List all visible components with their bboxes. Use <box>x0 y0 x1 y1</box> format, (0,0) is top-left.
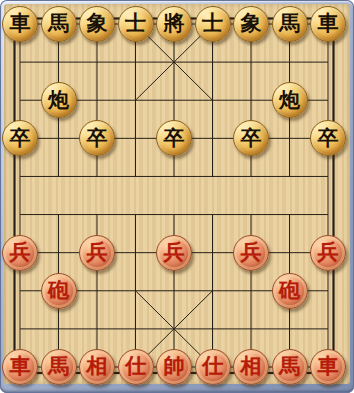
xiangqi-board: 車馬象士將士象馬車炮炮卒卒卒卒卒兵兵兵兵兵砲砲車馬相仕帥仕相馬車 <box>1 5 348 386</box>
black-chariot[interactable]: 車 <box>2 6 38 42</box>
board-point[interactable]: 卒 <box>155 119 194 157</box>
board-point <box>232 195 271 233</box>
board-point <box>309 81 348 119</box>
board-point <box>270 310 309 348</box>
black-elephant[interactable]: 象 <box>233 6 269 42</box>
red-horse[interactable]: 馬 <box>272 349 308 385</box>
board-point <box>155 310 194 348</box>
board-point <box>232 43 271 81</box>
board-point <box>193 272 232 310</box>
board-point <box>39 119 78 157</box>
board-point[interactable]: 馬 <box>270 348 309 386</box>
board-point <box>270 234 309 272</box>
black-horse[interactable]: 馬 <box>272 6 308 42</box>
board-point[interactable]: 象 <box>232 5 271 43</box>
board-point[interactable]: 車 <box>1 348 40 386</box>
board-point <box>193 157 232 195</box>
red-soldier[interactable]: 兵 <box>79 235 115 271</box>
board-point <box>39 195 78 233</box>
board-point <box>78 157 117 195</box>
board-point <box>39 310 78 348</box>
board-point <box>155 195 194 233</box>
board-point[interactable]: 兵 <box>155 234 194 272</box>
board-point <box>78 43 117 81</box>
black-soldier[interactable]: 卒 <box>310 120 346 156</box>
board-point[interactable]: 馬 <box>39 348 78 386</box>
board-point <box>270 43 309 81</box>
black-horse[interactable]: 馬 <box>41 6 77 42</box>
board-point <box>232 310 271 348</box>
board-point <box>116 195 155 233</box>
board-point[interactable]: 砲 <box>39 272 78 310</box>
board-point[interactable]: 象 <box>78 5 117 43</box>
board-point[interactable]: 兵 <box>232 234 271 272</box>
board-point <box>78 195 117 233</box>
red-horse[interactable]: 馬 <box>41 349 77 385</box>
board-point <box>270 195 309 233</box>
board-point <box>1 157 40 195</box>
red-chariot[interactable]: 車 <box>2 349 38 385</box>
black-general[interactable]: 將 <box>156 6 192 42</box>
black-chariot[interactable]: 車 <box>310 6 346 42</box>
board-point[interactable]: 車 <box>309 348 348 386</box>
red-chariot[interactable]: 車 <box>310 349 346 385</box>
board-point <box>116 43 155 81</box>
black-soldier[interactable]: 卒 <box>2 120 38 156</box>
board-point <box>39 234 78 272</box>
board-point <box>309 43 348 81</box>
board-point[interactable]: 帥 <box>155 348 194 386</box>
board-point <box>155 43 194 81</box>
board-point[interactable]: 卒 <box>232 119 271 157</box>
board-point <box>193 234 232 272</box>
board-point <box>116 119 155 157</box>
board-point[interactable]: 車 <box>1 5 40 43</box>
board-point[interactable]: 卒 <box>78 119 117 157</box>
board-point <box>232 81 271 119</box>
red-elephant[interactable]: 相 <box>79 349 115 385</box>
red-cannon[interactable]: 砲 <box>272 273 308 309</box>
board-point <box>309 272 348 310</box>
black-cannon[interactable]: 炮 <box>41 82 77 118</box>
board-point <box>155 81 194 119</box>
board-point <box>116 234 155 272</box>
board-point[interactable]: 仕 <box>116 348 155 386</box>
board-point[interactable]: 卒 <box>1 119 40 157</box>
red-cannon[interactable]: 砲 <box>41 273 77 309</box>
board-point <box>78 81 117 119</box>
board-point <box>78 310 117 348</box>
board-point <box>1 81 40 119</box>
board-point <box>39 43 78 81</box>
board-point <box>155 157 194 195</box>
black-soldier[interactable]: 卒 <box>79 120 115 156</box>
board-point <box>155 272 194 310</box>
board-point <box>1 43 40 81</box>
board-point[interactable]: 卒 <box>309 119 348 157</box>
red-advisor[interactable]: 仕 <box>118 349 154 385</box>
black-advisor[interactable]: 士 <box>195 6 231 42</box>
red-general[interactable]: 帥 <box>156 349 192 385</box>
board-point <box>193 81 232 119</box>
board-point[interactable]: 仕 <box>193 348 232 386</box>
red-soldier[interactable]: 兵 <box>2 235 38 271</box>
black-advisor[interactable]: 士 <box>118 6 154 42</box>
red-soldier[interactable]: 兵 <box>310 235 346 271</box>
board-point <box>39 157 78 195</box>
board-point <box>232 272 271 310</box>
board-point <box>116 157 155 195</box>
board-point <box>193 43 232 81</box>
board-point[interactable]: 將 <box>155 5 194 43</box>
board-point <box>193 119 232 157</box>
black-soldier[interactable]: 卒 <box>156 120 192 156</box>
board-point <box>193 195 232 233</box>
board-point[interactable]: 炮 <box>270 81 309 119</box>
board-point <box>78 272 117 310</box>
board-point[interactable]: 相 <box>78 348 117 386</box>
board-point <box>193 310 232 348</box>
board-point[interactable]: 炮 <box>39 81 78 119</box>
board-point[interactable]: 相 <box>232 348 271 386</box>
board-point[interactable]: 砲 <box>270 272 309 310</box>
board-point <box>270 119 309 157</box>
black-elephant[interactable]: 象 <box>79 6 115 42</box>
board-point <box>1 272 40 310</box>
board-point[interactable]: 士 <box>193 5 232 43</box>
board-point[interactable]: 兵 <box>309 234 348 272</box>
board-point <box>232 157 271 195</box>
board-point[interactable]: 兵 <box>1 234 40 272</box>
black-cannon[interactable]: 炮 <box>272 82 308 118</box>
board-point <box>1 195 40 233</box>
board-point[interactable]: 馬 <box>270 5 309 43</box>
board-point <box>309 195 348 233</box>
board-point <box>309 310 348 348</box>
red-advisor[interactable]: 仕 <box>195 349 231 385</box>
black-soldier[interactable]: 卒 <box>233 120 269 156</box>
board-point <box>116 81 155 119</box>
red-soldier[interactable]: 兵 <box>156 235 192 271</box>
xiangqi-app-window: 車馬象士將士象馬車炮炮卒卒卒卒卒兵兵兵兵兵砲砲車馬相仕帥仕相馬車 <box>0 0 354 393</box>
red-elephant[interactable]: 相 <box>233 349 269 385</box>
red-soldier[interactable]: 兵 <box>233 235 269 271</box>
board-point <box>1 310 40 348</box>
board-point[interactable]: 馬 <box>39 5 78 43</box>
board-point[interactable]: 兵 <box>78 234 117 272</box>
board-point <box>309 157 348 195</box>
board-point[interactable]: 車 <box>309 5 348 43</box>
board-point[interactable]: 士 <box>116 5 155 43</box>
board-point <box>116 310 155 348</box>
board-point <box>270 157 309 195</box>
board-point <box>116 272 155 310</box>
